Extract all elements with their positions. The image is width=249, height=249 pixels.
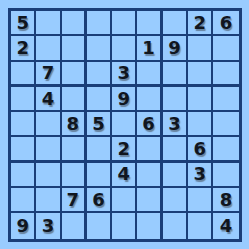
cell-r9c3[interactable] (62, 213, 87, 238)
cell-r1c6[interactable] (137, 11, 162, 36)
cell-r7c8[interactable]: 3 (188, 163, 213, 188)
cell-r2c9[interactable] (213, 36, 238, 61)
cell-r8c2[interactable] (36, 188, 61, 213)
cell-r3c8[interactable] (188, 62, 213, 87)
cell-r4c4[interactable] (87, 87, 112, 112)
cell-r9c2[interactable]: 3 (36, 213, 61, 238)
cell-r2c6[interactable]: 1 (137, 36, 162, 61)
cell-r7c7[interactable] (163, 163, 188, 188)
cell-r7c2[interactable] (36, 163, 61, 188)
cell-r6c4[interactable] (87, 137, 112, 162)
cell-r3c2[interactable]: 7 (36, 62, 61, 87)
cell-r7c1[interactable] (11, 163, 36, 188)
cell-r5c9[interactable] (213, 112, 238, 137)
cell-r6c2[interactable] (36, 137, 61, 162)
cell-r5c2[interactable] (36, 112, 61, 137)
cell-r7c9[interactable] (213, 163, 238, 188)
cell-r2c7[interactable]: 9 (163, 36, 188, 61)
cell-r6c9[interactable] (213, 137, 238, 162)
cell-r6c7[interactable] (163, 137, 188, 162)
cell-r3c1[interactable] (11, 62, 36, 87)
cell-r7c6[interactable] (137, 163, 162, 188)
cell-r3c9[interactable] (213, 62, 238, 87)
cell-r7c4[interactable] (87, 163, 112, 188)
cell-r1c4[interactable] (87, 11, 112, 36)
cell-r8c8[interactable] (188, 188, 213, 213)
cell-r5c8[interactable] (188, 112, 213, 137)
cell-r2c2[interactable] (36, 36, 61, 61)
cell-r4c7[interactable] (163, 87, 188, 112)
cell-r1c2[interactable] (36, 11, 61, 36)
cell-r7c5[interactable]: 4 (112, 163, 137, 188)
cell-r6c8[interactable]: 6 (188, 137, 213, 162)
cell-r4c1[interactable] (11, 87, 36, 112)
cell-r9c1[interactable]: 9 (11, 213, 36, 238)
cell-r4c5[interactable]: 9 (112, 87, 137, 112)
cell-r2c8[interactable] (188, 36, 213, 61)
cell-r5c1[interactable] (11, 112, 36, 137)
cell-r6c3[interactable] (62, 137, 87, 162)
cell-r8c3[interactable]: 7 (62, 188, 87, 213)
cell-r3c7[interactable] (163, 62, 188, 87)
cell-r1c8[interactable]: 2 (188, 11, 213, 36)
cell-r4c3[interactable] (62, 87, 87, 112)
cell-r8c5[interactable] (112, 188, 137, 213)
cell-r3c3[interactable] (62, 62, 87, 87)
cell-r5c7[interactable]: 3 (163, 112, 188, 137)
cell-r8c7[interactable] (163, 188, 188, 213)
cell-r3c4[interactable] (87, 62, 112, 87)
cell-r6c6[interactable] (137, 137, 162, 162)
cell-r4c8[interactable] (188, 87, 213, 112)
cell-r1c3[interactable] (62, 11, 87, 36)
cell-r9c7[interactable] (163, 213, 188, 238)
cell-r9c6[interactable] (137, 213, 162, 238)
cell-r5c4[interactable]: 5 (87, 112, 112, 137)
cell-r4c9[interactable] (213, 87, 238, 112)
cell-r1c7[interactable] (163, 11, 188, 36)
cell-r7c3[interactable] (62, 163, 87, 188)
cell-r4c6[interactable] (137, 87, 162, 112)
cell-r8c6[interactable] (137, 188, 162, 213)
cell-r1c9[interactable]: 6 (213, 11, 238, 36)
cell-r2c5[interactable] (112, 36, 137, 61)
cell-r6c5[interactable]: 2 (112, 137, 137, 162)
cell-r3c5[interactable]: 3 (112, 62, 137, 87)
cell-r8c9[interactable]: 8 (213, 188, 238, 213)
cell-r4c2[interactable]: 4 (36, 87, 61, 112)
cell-r2c4[interactable] (87, 36, 112, 61)
cell-r1c5[interactable] (112, 11, 137, 36)
cell-r8c1[interactable] (11, 188, 36, 213)
sudoku-board: 526219734985632643768934 (8, 8, 242, 242)
cell-r9c9[interactable]: 4 (213, 213, 238, 238)
cell-r5c3[interactable]: 8 (62, 112, 87, 137)
cell-r9c8[interactable] (188, 213, 213, 238)
cell-r2c3[interactable] (62, 36, 87, 61)
cell-r5c5[interactable] (112, 112, 137, 137)
cell-r8c4[interactable]: 6 (87, 188, 112, 213)
cell-r5c6[interactable]: 6 (137, 112, 162, 137)
page-background: 526219734985632643768934 (0, 0, 249, 249)
cell-r3c6[interactable] (137, 62, 162, 87)
cell-r9c4[interactable] (87, 213, 112, 238)
cell-r1c1[interactable]: 5 (11, 11, 36, 36)
cell-r2c1[interactable]: 2 (11, 36, 36, 61)
cell-r9c5[interactable] (112, 213, 137, 238)
cell-r6c1[interactable] (11, 137, 36, 162)
